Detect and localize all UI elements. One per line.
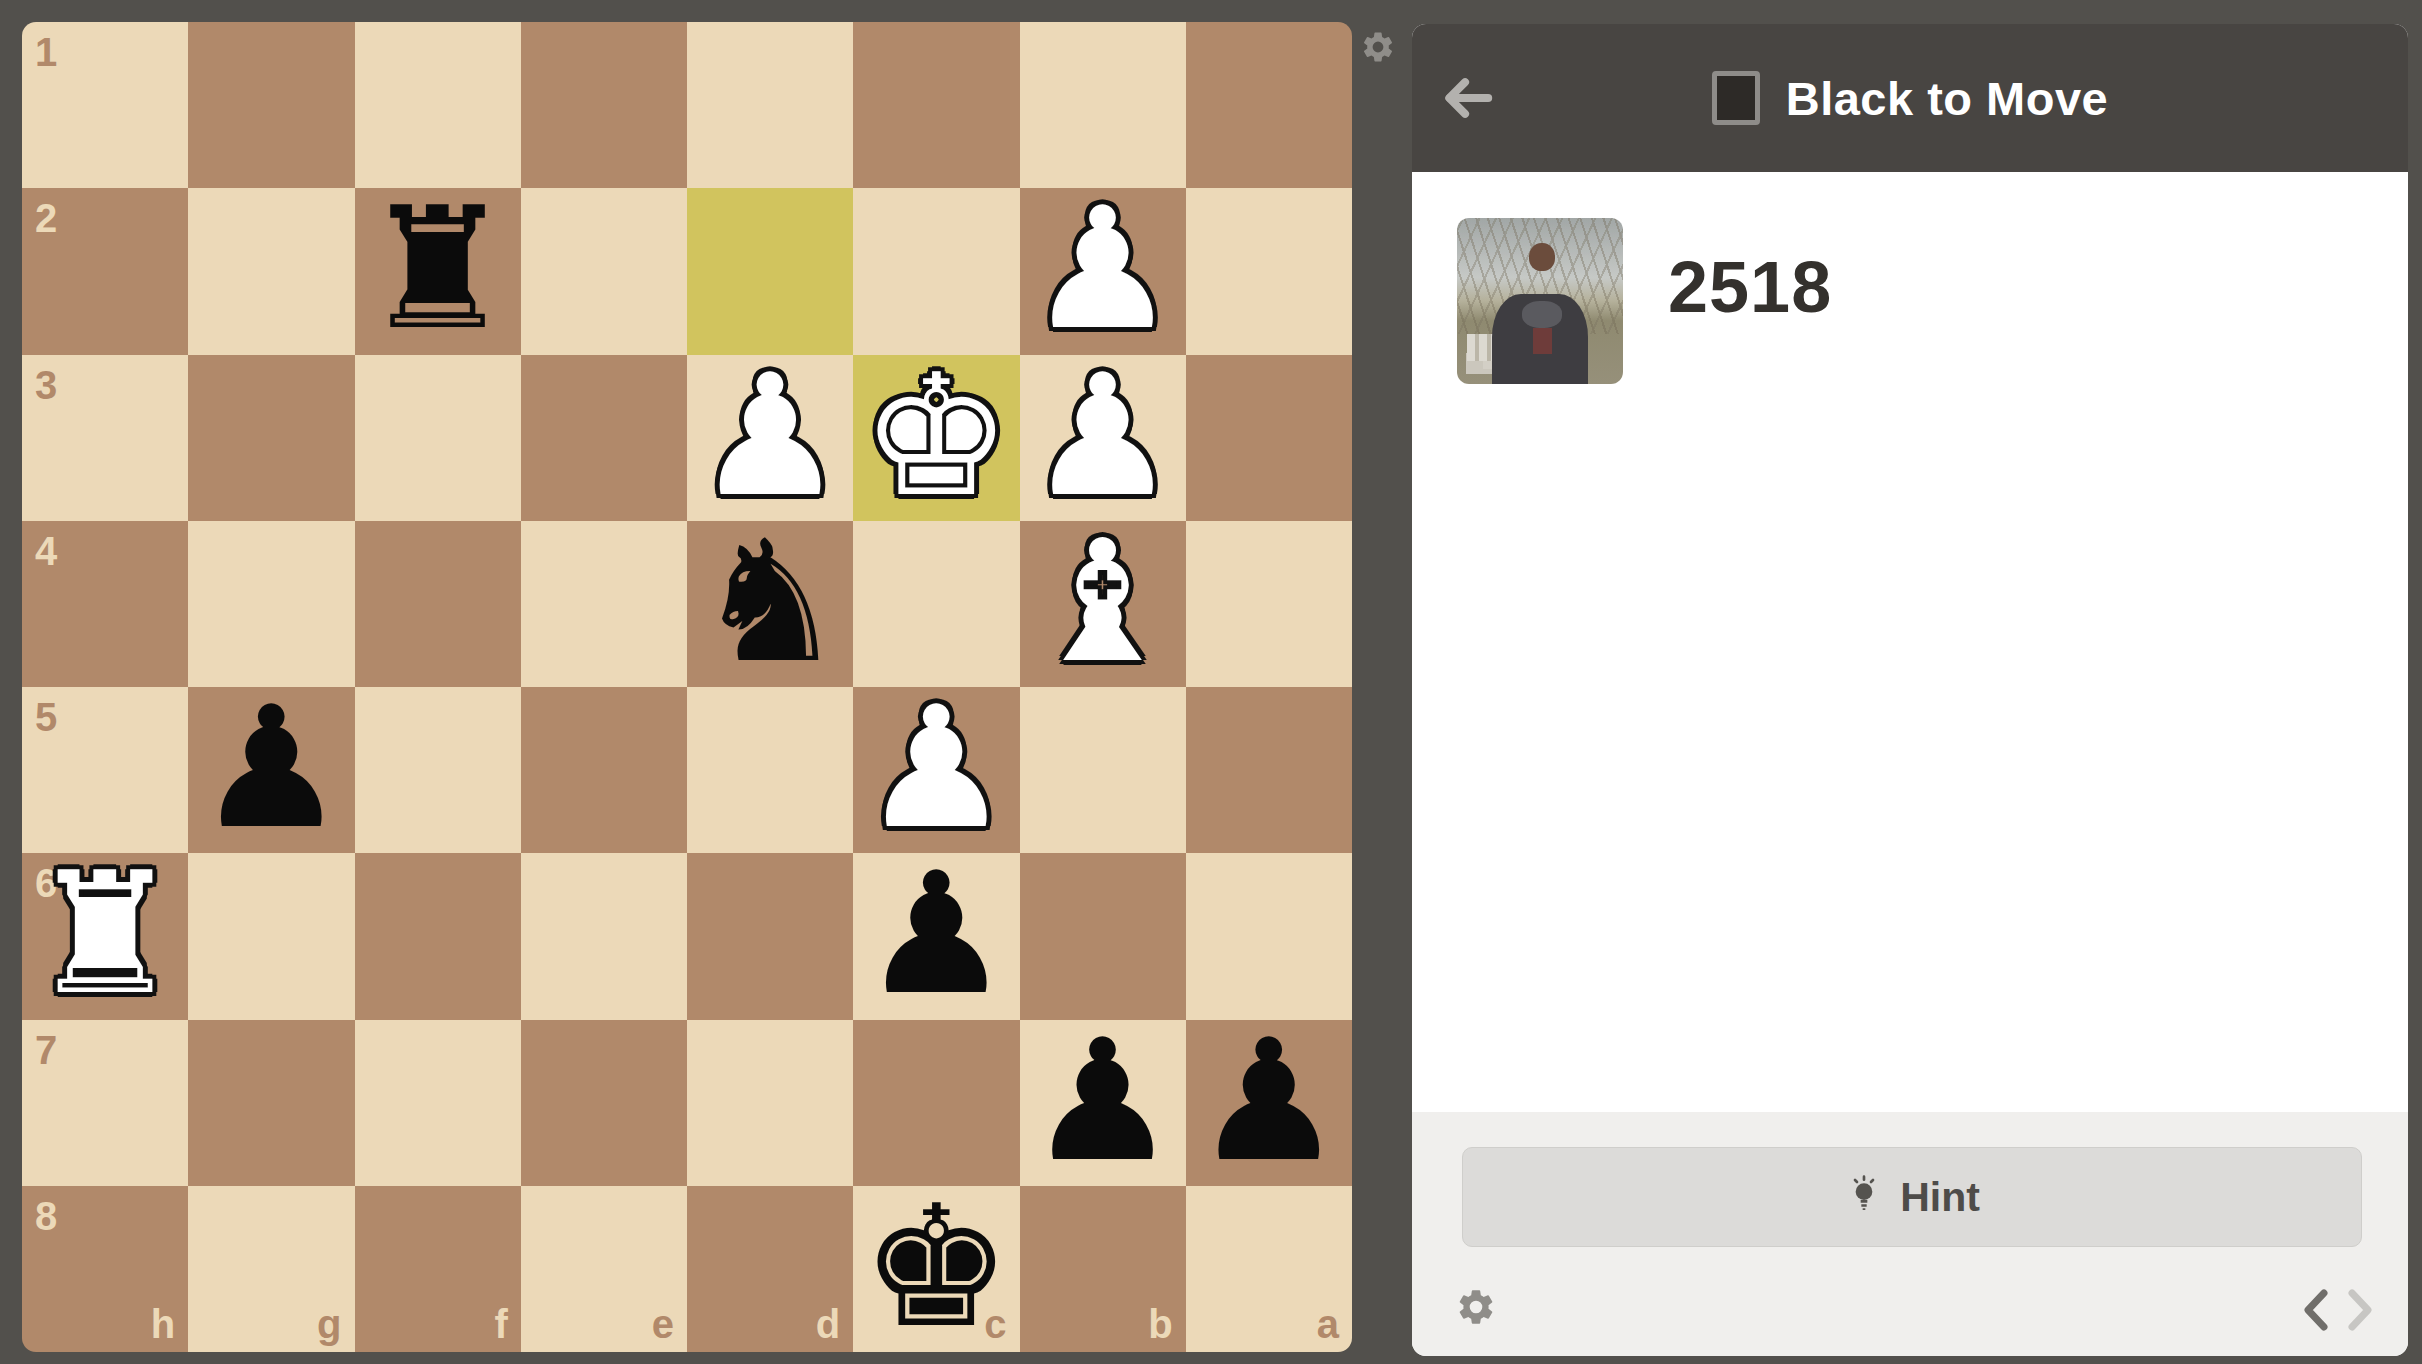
square-d4[interactable]: ♞ (687, 521, 853, 687)
file-label-g: g (317, 1304, 341, 1344)
square-b4[interactable]: ♝ (1020, 521, 1186, 687)
black-rook-f2[interactable]: ♜ (362, 186, 513, 352)
square-e5[interactable] (521, 687, 687, 853)
square-h1[interactable]: 1 (22, 22, 188, 188)
lightbulb-icon (1844, 1175, 1884, 1219)
panel-header: Black to Move (1412, 24, 2408, 172)
square-e3[interactable] (521, 355, 687, 521)
square-c8[interactable]: c♚ (853, 1186, 1019, 1352)
move-pager (2300, 1288, 2376, 1332)
square-c6[interactable]: ♟ (853, 853, 1019, 1019)
hint-button[interactable]: Hint (1462, 1147, 2362, 1247)
square-c3[interactable]: ♚ (853, 355, 1019, 521)
square-h3[interactable]: 3 (22, 355, 188, 521)
white-pawn-b3[interactable]: ♟ (1027, 353, 1178, 519)
black-king-c8[interactable]: ♚ (861, 1184, 1012, 1350)
avatar-scarf (1522, 301, 1562, 328)
chevron-left-icon (2300, 1318, 2330, 1335)
square-e8[interactable]: e (521, 1186, 687, 1352)
square-c1[interactable] (853, 22, 1019, 188)
white-rook-h6[interactable]: ♜ (30, 851, 181, 1017)
file-label-h: h (151, 1304, 175, 1344)
file-label-d: d (816, 1304, 840, 1344)
square-h2[interactable]: 2 (22, 188, 188, 354)
square-f8[interactable]: f (355, 1186, 521, 1352)
square-g8[interactable]: g (188, 1186, 354, 1352)
square-h4[interactable]: 4 (22, 521, 188, 687)
rank-label-4: 4 (35, 531, 57, 571)
avatar (1457, 218, 1623, 384)
square-a1[interactable] (1186, 22, 1352, 188)
square-d2[interactable] (687, 188, 853, 354)
arrow-left-icon (1442, 106, 1494, 123)
rank-label-3: 3 (35, 365, 57, 405)
square-f5[interactable] (355, 687, 521, 853)
square-d7[interactable] (687, 1020, 853, 1186)
square-d5[interactable] (687, 687, 853, 853)
white-pawn-c5[interactable]: ♟ (861, 685, 1012, 851)
square-a5[interactable] (1186, 687, 1352, 853)
square-f7[interactable] (355, 1020, 521, 1186)
square-h7[interactable]: 7 (22, 1020, 188, 1186)
black-knight-d4[interactable]: ♞ (695, 519, 846, 685)
square-b2[interactable]: ♟ (1020, 188, 1186, 354)
black-pawn-g5[interactable]: ♟ (196, 685, 347, 851)
next-button[interactable] (2346, 1288, 2376, 1332)
square-g2[interactable] (188, 188, 354, 354)
white-pawn-b2[interactable]: ♟ (1027, 186, 1178, 352)
square-a8[interactable]: a (1186, 1186, 1352, 1352)
panel-body: 2518 (1412, 172, 2408, 1112)
square-e7[interactable] (521, 1020, 687, 1186)
hint-label: Hint (1900, 1174, 1980, 1221)
square-a4[interactable] (1186, 521, 1352, 687)
square-h6[interactable]: 6♜ (22, 853, 188, 1019)
rank-label-2: 2 (35, 198, 57, 238)
board-settings-button[interactable] (1360, 29, 1396, 65)
black-pawn-a7[interactable]: ♟ (1194, 1018, 1345, 1184)
square-a6[interactable] (1186, 853, 1352, 1019)
avatar-face (1529, 243, 1555, 271)
square-b5[interactable] (1020, 687, 1186, 853)
puzzle-panel: Black to Move 2518 Hint (1412, 24, 2408, 1356)
square-c7[interactable] (853, 1020, 1019, 1186)
square-f6[interactable] (355, 853, 521, 1019)
square-b7[interactable]: ♟ (1020, 1020, 1186, 1186)
square-g3[interactable] (188, 355, 354, 521)
file-label-f: f (494, 1304, 507, 1344)
file-label-b: b (1148, 1304, 1172, 1344)
player-rating: 2518 (1668, 246, 1832, 328)
square-a3[interactable] (1186, 355, 1352, 521)
square-b3[interactable]: ♟ (1020, 355, 1186, 521)
gear-icon (1455, 1314, 1497, 1331)
white-king-c3[interactable]: ♚ (861, 353, 1012, 519)
square-e1[interactable] (521, 22, 687, 188)
square-c2[interactable] (853, 188, 1019, 354)
square-f1[interactable] (355, 22, 521, 188)
gear-icon (1360, 51, 1396, 68)
square-d8[interactable]: d (687, 1186, 853, 1352)
black-pawn-c6[interactable]: ♟ (861, 851, 1012, 1017)
rank-label-5: 5 (35, 697, 57, 737)
square-g4[interactable] (188, 521, 354, 687)
square-b8[interactable]: b (1020, 1186, 1186, 1352)
black-pawn-b7[interactable]: ♟ (1027, 1018, 1178, 1184)
square-e4[interactable] (521, 521, 687, 687)
square-e6[interactable] (521, 853, 687, 1019)
square-e2[interactable] (521, 188, 687, 354)
square-g5[interactable]: ♟ (188, 687, 354, 853)
panel-footer: Hint (1412, 1112, 2408, 1356)
square-a2[interactable] (1186, 188, 1352, 354)
chess-board[interactable]: 12♜♟3♟♚♟4♞♝5♟♟6♜♟7♟♟8hgfedc♚ba (22, 22, 1352, 1352)
square-d1[interactable] (687, 22, 853, 188)
square-a7[interactable]: ♟ (1186, 1020, 1352, 1186)
square-h5[interactable]: 5 (22, 687, 188, 853)
square-d6[interactable] (687, 853, 853, 1019)
black-square-icon (1712, 71, 1760, 125)
square-b1[interactable] (1020, 22, 1186, 188)
rank-label-8: 8 (35, 1196, 57, 1236)
settings-button[interactable] (1455, 1286, 1497, 1328)
avatar-sweater (1533, 328, 1551, 355)
square-d3[interactable]: ♟ (687, 355, 853, 521)
square-f2[interactable]: ♜ (355, 188, 521, 354)
chevron-right-icon (2346, 1318, 2376, 1335)
square-c5[interactable]: ♟ (853, 687, 1019, 853)
square-g7[interactable] (188, 1020, 354, 1186)
square-h8[interactable]: 8h (22, 1186, 188, 1352)
file-label-a: a (1317, 1304, 1339, 1344)
square-g1[interactable] (188, 22, 354, 188)
page-title: Black to Move (1786, 71, 2109, 126)
rank-label-1: 1 (35, 32, 57, 72)
back-button[interactable] (1442, 76, 1494, 120)
file-label-e: e (652, 1304, 674, 1344)
rank-label-7: 7 (35, 1030, 57, 1070)
previous-button[interactable] (2300, 1288, 2330, 1332)
square-c4[interactable] (853, 521, 1019, 687)
white-bishop-b4[interactable]: ♝ (1027, 519, 1178, 685)
square-g6[interactable] (188, 853, 354, 1019)
square-f3[interactable] (355, 355, 521, 521)
square-f4[interactable] (355, 521, 521, 687)
white-pawn-d3[interactable]: ♟ (695, 353, 846, 519)
square-b6[interactable] (1020, 853, 1186, 1019)
